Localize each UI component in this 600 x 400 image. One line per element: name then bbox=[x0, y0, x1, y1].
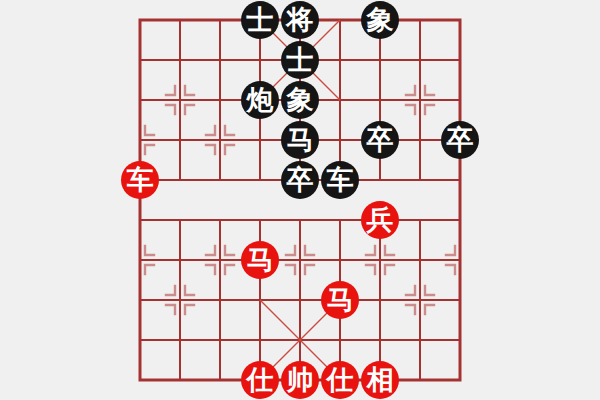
piece-glyph: 将 bbox=[287, 6, 314, 33]
piece-black-horse[interactable]: 马 bbox=[281, 121, 319, 159]
piece-glyph: 象 bbox=[367, 6, 394, 33]
piece-black-soldier-1[interactable]: 卒 bbox=[361, 121, 399, 159]
piece-black-advisor-1[interactable]: 士 bbox=[241, 1, 279, 39]
piece-glyph: 仕 bbox=[327, 366, 354, 393]
piece-red-general[interactable]: 帅 bbox=[281, 361, 319, 399]
piece-glyph: 士 bbox=[247, 6, 274, 33]
piece-glyph: 车 bbox=[127, 166, 154, 193]
piece-red-advisor-1[interactable]: 仕 bbox=[241, 361, 279, 399]
piece-red-horse-1[interactable]: 马 bbox=[241, 241, 279, 279]
piece-black-soldier-2[interactable]: 卒 bbox=[441, 121, 479, 159]
piece-glyph: 象 bbox=[287, 86, 314, 113]
piece-black-elephant-2[interactable]: 象 bbox=[281, 81, 319, 119]
piece-black-advisor-2[interactable]: 士 bbox=[281, 41, 319, 79]
piece-glyph: 炮 bbox=[247, 86, 274, 113]
piece-glyph: 兵 bbox=[367, 206, 394, 233]
piece-glyph: 卒 bbox=[367, 126, 394, 153]
piece-glyph: 相 bbox=[367, 366, 394, 393]
piece-black-elephant-1[interactable]: 象 bbox=[361, 1, 399, 39]
piece-black-soldier-3[interactable]: 卒 bbox=[281, 161, 319, 199]
piece-red-chariot[interactable]: 车 bbox=[121, 161, 159, 199]
piece-red-advisor-2[interactable]: 仕 bbox=[321, 361, 359, 399]
piece-glyph: 车 bbox=[327, 166, 354, 193]
piece-glyph: 仕 bbox=[247, 366, 274, 393]
xiangqi-diagram: 士将象士炮象马卒卒车卒车兵马马仕帅仕相 bbox=[0, 0, 600, 400]
piece-glyph: 卒 bbox=[447, 126, 474, 153]
piece-black-cannon[interactable]: 炮 bbox=[241, 81, 279, 119]
piece-black-general[interactable]: 将 bbox=[281, 1, 319, 39]
piece-black-chariot[interactable]: 车 bbox=[321, 161, 359, 199]
piece-glyph: 马 bbox=[287, 126, 314, 153]
piece-red-elephant[interactable]: 相 bbox=[361, 361, 399, 399]
piece-red-horse-2[interactable]: 马 bbox=[321, 281, 359, 319]
piece-red-soldier[interactable]: 兵 bbox=[361, 201, 399, 239]
piece-glyph: 帅 bbox=[287, 366, 314, 393]
piece-glyph: 士 bbox=[287, 46, 314, 73]
piece-glyph: 马 bbox=[327, 286, 354, 313]
piece-glyph: 卒 bbox=[287, 166, 314, 193]
piece-glyph: 马 bbox=[247, 246, 274, 273]
piece-layer: 士将象士炮象马卒卒车卒车兵马马仕帅仕相 bbox=[120, 0, 480, 400]
